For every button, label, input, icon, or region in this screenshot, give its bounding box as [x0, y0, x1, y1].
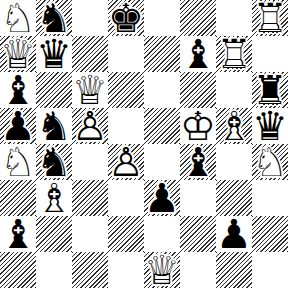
square-h2[interactable]: [252, 216, 288, 252]
black-bishop-f7[interactable]: ♝: [180, 36, 216, 72]
square-c8[interactable]: [72, 0, 108, 36]
square-f7[interactable]: ♝♝: [180, 36, 216, 72]
square-e5[interactable]: [144, 108, 180, 144]
white-pawn-c5[interactable]: ♙: [72, 108, 108, 144]
white-bishop-g5[interactable]: ♗: [216, 108, 252, 144]
white-rook-h8[interactable]: ♖: [252, 0, 288, 36]
square-h4[interactable]: ♞♘: [252, 144, 288, 180]
black-queen-b7[interactable]: ♛: [36, 36, 72, 72]
white-queen-e1[interactable]: ♕: [144, 252, 180, 288]
square-e8[interactable]: [144, 0, 180, 36]
black-bishop-f4[interactable]: ♝: [180, 144, 216, 180]
black-king-d8[interactable]: ♚: [108, 0, 144, 36]
square-e7[interactable]: [144, 36, 180, 72]
square-b1[interactable]: [36, 252, 72, 288]
black-pawn-e3[interactable]: ♟: [144, 180, 180, 216]
square-c1[interactable]: [72, 252, 108, 288]
white-knight-h4[interactable]: ♘: [252, 144, 288, 180]
square-f4[interactable]: ♝♝: [180, 144, 216, 180]
square-e1[interactable]: ♛♕: [144, 252, 180, 288]
square-c2[interactable]: [72, 216, 108, 252]
square-h3[interactable]: [252, 180, 288, 216]
square-h1[interactable]: [252, 252, 288, 288]
square-d6[interactable]: [108, 72, 144, 108]
square-a2[interactable]: ♝♝: [0, 216, 36, 252]
square-d1[interactable]: [108, 252, 144, 288]
white-pawn-d4[interactable]: ♙: [108, 144, 144, 180]
square-g7[interactable]: ♜♖: [216, 36, 252, 72]
square-f3[interactable]: [180, 180, 216, 216]
square-g1[interactable]: [216, 252, 252, 288]
black-bishop-a2[interactable]: ♝: [0, 216, 36, 252]
square-d2[interactable]: [108, 216, 144, 252]
square-b7[interactable]: ♛♛: [36, 36, 72, 72]
square-e3[interactable]: ♟♟: [144, 180, 180, 216]
square-f1[interactable]: [180, 252, 216, 288]
white-knight-a4[interactable]: ♘: [0, 144, 36, 180]
white-rook-g7[interactable]: ♖: [216, 36, 252, 72]
square-d4[interactable]: ♟♙: [108, 144, 144, 180]
square-e6[interactable]: [144, 72, 180, 108]
chess-board: ♞♘♞♞♚♚♜♖♛♕♛♛♝♝♜♖♝♝♛♕♜♜♟♟♞♞♟♙♚♔♝♗♛♛♞♘♞♞♟♙…: [0, 0, 288, 288]
white-bishop-b3[interactable]: ♗: [36, 180, 72, 216]
square-h8[interactable]: ♜♖: [252, 0, 288, 36]
square-b2[interactable]: [36, 216, 72, 252]
black-pawn-g2[interactable]: ♟: [216, 216, 252, 252]
square-d7[interactable]: [108, 36, 144, 72]
square-f2[interactable]: [180, 216, 216, 252]
square-g2[interactable]: ♟♟: [216, 216, 252, 252]
square-c5[interactable]: ♟♙: [72, 108, 108, 144]
square-g5[interactable]: ♝♗: [216, 108, 252, 144]
square-a1[interactable]: [0, 252, 36, 288]
square-b3[interactable]: ♝♗: [36, 180, 72, 216]
square-c3[interactable]: [72, 180, 108, 216]
square-a4[interactable]: ♞♘: [0, 144, 36, 180]
square-c4[interactable]: [72, 144, 108, 180]
square-d8[interactable]: ♚♚: [108, 0, 144, 36]
square-d3[interactable]: [108, 180, 144, 216]
square-g4[interactable]: [216, 144, 252, 180]
